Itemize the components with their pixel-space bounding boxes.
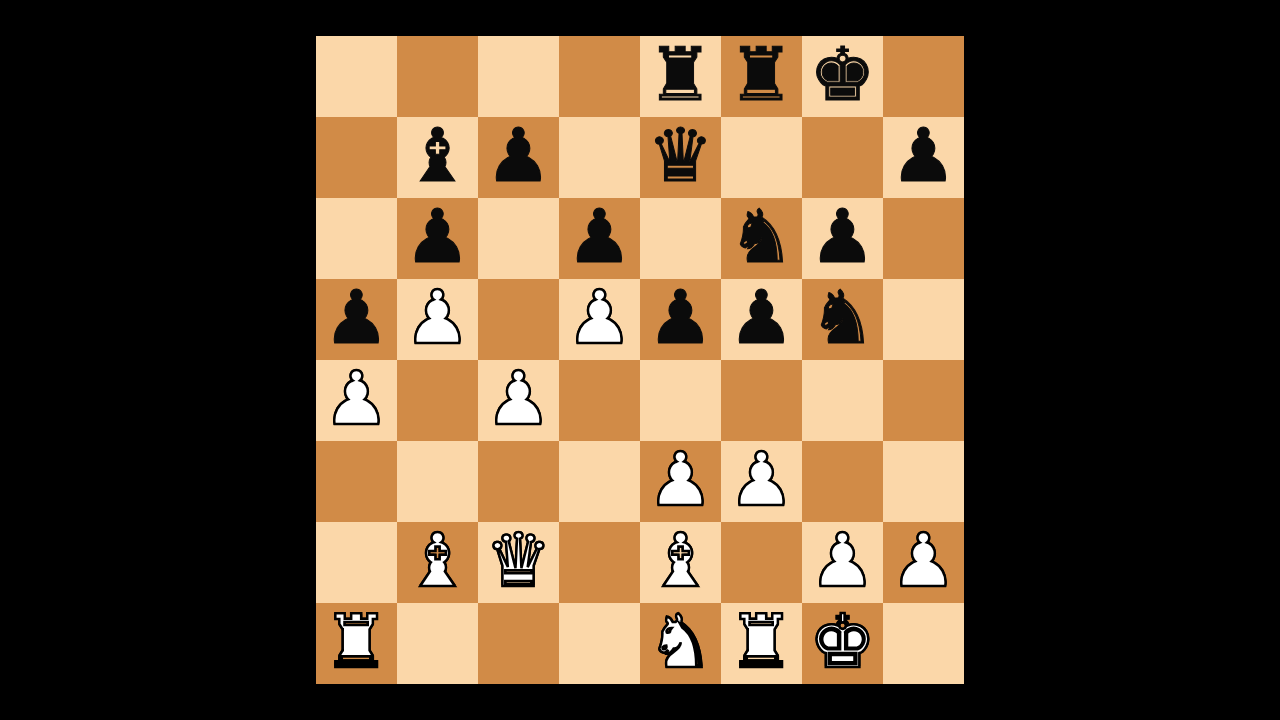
square-b2[interactable]: ♝ — [397, 522, 478, 603]
piece-black-queen: ♛ — [647, 118, 713, 192]
square-a8[interactable] — [316, 36, 397, 117]
square-g6[interactable]: ♟ — [802, 198, 883, 279]
square-f8[interactable]: ♜ — [721, 36, 802, 117]
square-h5[interactable] — [883, 279, 964, 360]
piece-white-rook: ♜ — [728, 604, 794, 678]
piece-white-pawn: ♟ — [404, 280, 470, 354]
square-d2[interactable] — [559, 522, 640, 603]
square-a7[interactable] — [316, 117, 397, 198]
square-e5[interactable]: ♟ — [640, 279, 721, 360]
square-b8[interactable] — [397, 36, 478, 117]
piece-white-pawn: ♟ — [647, 442, 713, 516]
square-f2[interactable] — [721, 522, 802, 603]
square-e1[interactable]: ♞ — [640, 603, 721, 684]
piece-black-pawn: ♟ — [647, 280, 713, 354]
square-c4[interactable]: ♟ — [478, 360, 559, 441]
square-g5[interactable]: ♞ — [802, 279, 883, 360]
chessboard: ♜♜♚♝♟♛♟♟♟♞♟♟♟♟♟♟♞♟♟♟♟♝♛♝♟♟♜♞♜♚ — [316, 36, 964, 684]
piece-white-rook: ♜ — [323, 604, 389, 678]
square-d3[interactable] — [559, 441, 640, 522]
square-h2[interactable]: ♟ — [883, 522, 964, 603]
square-g1[interactable]: ♚ — [802, 603, 883, 684]
piece-black-pawn: ♟ — [323, 280, 389, 354]
square-f5[interactable]: ♟ — [721, 279, 802, 360]
square-d5[interactable]: ♟ — [559, 279, 640, 360]
square-h4[interactable] — [883, 360, 964, 441]
square-c7[interactable]: ♟ — [478, 117, 559, 198]
square-b5[interactable]: ♟ — [397, 279, 478, 360]
square-g3[interactable] — [802, 441, 883, 522]
piece-black-pawn: ♟ — [485, 118, 551, 192]
piece-black-pawn: ♟ — [566, 199, 632, 273]
square-c5[interactable] — [478, 279, 559, 360]
square-e2[interactable]: ♝ — [640, 522, 721, 603]
piece-white-queen: ♛ — [485, 523, 551, 597]
square-h7[interactable]: ♟ — [883, 117, 964, 198]
piece-black-king: ♚ — [809, 37, 875, 111]
square-h3[interactable] — [883, 441, 964, 522]
piece-white-pawn: ♟ — [485, 361, 551, 435]
square-a1[interactable]: ♜ — [316, 603, 397, 684]
square-d7[interactable] — [559, 117, 640, 198]
square-g2[interactable]: ♟ — [802, 522, 883, 603]
piece-white-bishop: ♝ — [647, 523, 713, 597]
square-f7[interactable] — [721, 117, 802, 198]
square-f3[interactable]: ♟ — [721, 441, 802, 522]
piece-black-knight: ♞ — [728, 199, 794, 273]
square-d4[interactable] — [559, 360, 640, 441]
square-g4[interactable] — [802, 360, 883, 441]
square-b7[interactable]: ♝ — [397, 117, 478, 198]
square-d1[interactable] — [559, 603, 640, 684]
letterbox-stage: ♜♜♚♝♟♛♟♟♟♞♟♟♟♟♟♟♞♟♟♟♟♝♛♝♟♟♜♞♜♚ — [0, 0, 1280, 720]
piece-white-knight: ♞ — [647, 604, 713, 678]
piece-white-pawn: ♟ — [809, 523, 875, 597]
piece-white-bishop: ♝ — [404, 523, 470, 597]
square-e4[interactable] — [640, 360, 721, 441]
square-h8[interactable] — [883, 36, 964, 117]
piece-black-pawn: ♟ — [890, 118, 956, 192]
square-b4[interactable] — [397, 360, 478, 441]
square-b6[interactable]: ♟ — [397, 198, 478, 279]
piece-black-pawn: ♟ — [809, 199, 875, 273]
square-g8[interactable]: ♚ — [802, 36, 883, 117]
square-a3[interactable] — [316, 441, 397, 522]
piece-white-pawn: ♟ — [566, 280, 632, 354]
square-a4[interactable]: ♟ — [316, 360, 397, 441]
square-e7[interactable]: ♛ — [640, 117, 721, 198]
square-e6[interactable] — [640, 198, 721, 279]
square-c1[interactable] — [478, 603, 559, 684]
piece-black-knight: ♞ — [809, 280, 875, 354]
piece-black-rook: ♜ — [728, 37, 794, 111]
piece-black-bishop: ♝ — [404, 118, 470, 192]
square-c8[interactable] — [478, 36, 559, 117]
piece-white-king: ♚ — [809, 604, 875, 678]
square-e3[interactable]: ♟ — [640, 441, 721, 522]
square-c6[interactable] — [478, 198, 559, 279]
square-a2[interactable] — [316, 522, 397, 603]
square-c2[interactable]: ♛ — [478, 522, 559, 603]
square-e8[interactable]: ♜ — [640, 36, 721, 117]
square-h6[interactable] — [883, 198, 964, 279]
square-c3[interactable] — [478, 441, 559, 522]
square-d6[interactable]: ♟ — [559, 198, 640, 279]
piece-white-pawn: ♟ — [890, 523, 956, 597]
square-d8[interactable] — [559, 36, 640, 117]
piece-white-pawn: ♟ — [728, 442, 794, 516]
square-b1[interactable] — [397, 603, 478, 684]
square-a5[interactable]: ♟ — [316, 279, 397, 360]
square-f4[interactable] — [721, 360, 802, 441]
square-b3[interactable] — [397, 441, 478, 522]
square-g7[interactable] — [802, 117, 883, 198]
square-f6[interactable]: ♞ — [721, 198, 802, 279]
square-f1[interactable]: ♜ — [721, 603, 802, 684]
piece-black-pawn: ♟ — [728, 280, 794, 354]
square-h1[interactable] — [883, 603, 964, 684]
piece-black-rook: ♜ — [647, 37, 713, 111]
square-a6[interactable] — [316, 198, 397, 279]
piece-black-pawn: ♟ — [404, 199, 470, 273]
piece-white-pawn: ♟ — [323, 361, 389, 435]
